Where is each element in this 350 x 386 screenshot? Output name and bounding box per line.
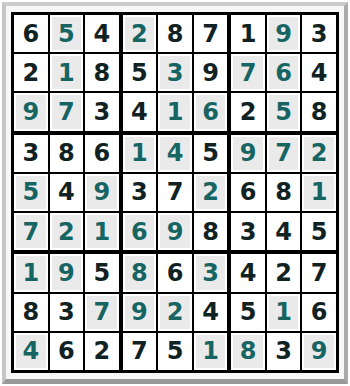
cell-r3c9[interactable]: 8 — [302, 93, 336, 130]
cell-r1c9[interactable]: 3 — [302, 15, 336, 52]
sudoku-box-7: 195837462 — [13, 253, 120, 371]
cell-r2c6[interactable]: 9 — [194, 54, 228, 91]
cell-r8c7[interactable]: 5 — [231, 294, 265, 331]
cell-r9c2[interactable]: 6 — [50, 333, 84, 370]
cell-r6c1[interactable]: 7 — [14, 213, 48, 250]
widget-frame: 6542189732875394161937642583865497211453… — [2, 2, 348, 384]
sudoku-box-1: 654218973 — [13, 14, 120, 132]
cell-r3c4[interactable]: 4 — [123, 93, 157, 130]
cell-r8c5[interactable]: 2 — [158, 294, 192, 331]
cell-r9c7[interactable]: 8 — [231, 333, 265, 370]
cell-r3c3[interactable]: 3 — [85, 93, 119, 130]
cell-r7c5[interactable]: 6 — [158, 254, 192, 291]
cell-r4c4[interactable]: 1 — [123, 135, 157, 172]
cell-r9c1[interactable]: 4 — [14, 333, 48, 370]
cell-r1c1[interactable]: 6 — [14, 15, 48, 52]
cell-r6c8[interactable]: 4 — [267, 213, 301, 250]
cell-r2c5[interactable]: 3 — [158, 54, 192, 91]
cell-r9c9[interactable]: 9 — [302, 333, 336, 370]
cell-r2c8[interactable]: 6 — [267, 54, 301, 91]
cell-r4c1[interactable]: 3 — [14, 135, 48, 172]
cell-r9c6[interactable]: 1 — [194, 333, 228, 370]
cell-r5c4[interactable]: 3 — [123, 174, 157, 211]
cell-r8c8[interactable]: 1 — [267, 294, 301, 331]
sudoku-box-9: 427516839 — [230, 253, 337, 371]
cell-r8c3[interactable]: 7 — [85, 294, 119, 331]
cell-r1c3[interactable]: 4 — [85, 15, 119, 52]
cell-r2c3[interactable]: 8 — [85, 54, 119, 91]
cell-r4c6[interactable]: 5 — [194, 135, 228, 172]
cell-r6c9[interactable]: 5 — [302, 213, 336, 250]
cell-r6c2[interactable]: 2 — [50, 213, 84, 250]
sudoku-box-2: 287539416 — [122, 14, 229, 132]
cell-r9c4[interactable]: 7 — [123, 333, 157, 370]
cell-r3c7[interactable]: 2 — [231, 93, 265, 130]
cell-r9c5[interactable]: 5 — [158, 333, 192, 370]
cell-r1c7[interactable]: 1 — [231, 15, 265, 52]
cell-r2c2[interactable]: 1 — [50, 54, 84, 91]
cell-r5c2[interactable]: 4 — [50, 174, 84, 211]
cell-r1c6[interactable]: 7 — [194, 15, 228, 52]
cell-r8c6[interactable]: 4 — [194, 294, 228, 331]
cell-r4c7[interactable]: 9 — [231, 135, 265, 172]
cell-r4c2[interactable]: 8 — [50, 135, 84, 172]
sudoku-widget: 6542189732875394161937642583865497211453… — [0, 0, 350, 386]
cell-r4c3[interactable]: 6 — [85, 135, 119, 172]
sudoku-box-5: 145372698 — [122, 134, 229, 252]
cell-r6c6[interactable]: 8 — [194, 213, 228, 250]
cell-r3c5[interactable]: 1 — [158, 93, 192, 130]
cell-r1c2[interactable]: 5 — [50, 15, 84, 52]
cell-r3c8[interactable]: 5 — [267, 93, 301, 130]
cell-r7c3[interactable]: 5 — [85, 254, 119, 291]
cell-r3c1[interactable]: 9 — [14, 93, 48, 130]
cell-r3c2[interactable]: 7 — [50, 93, 84, 130]
sudoku-box-6: 972681345 — [230, 134, 337, 252]
sudoku-board: 6542189732875394161937642583865497211453… — [11, 12, 339, 373]
cell-r8c1[interactable]: 8 — [14, 294, 48, 331]
cell-r6c3[interactable]: 1 — [85, 213, 119, 250]
cell-r7c2[interactable]: 9 — [50, 254, 84, 291]
cell-r5c8[interactable]: 8 — [267, 174, 301, 211]
cell-r7c6[interactable]: 3 — [194, 254, 228, 291]
cell-r9c8[interactable]: 3 — [267, 333, 301, 370]
cell-r6c7[interactable]: 3 — [231, 213, 265, 250]
cell-r9c3[interactable]: 2 — [85, 333, 119, 370]
cell-r5c6[interactable]: 2 — [194, 174, 228, 211]
cell-r7c8[interactable]: 2 — [267, 254, 301, 291]
cell-r7c4[interactable]: 8 — [123, 254, 157, 291]
cell-r8c9[interactable]: 6 — [302, 294, 336, 331]
cell-r4c9[interactable]: 2 — [302, 135, 336, 172]
sudoku-box-3: 193764258 — [230, 14, 337, 132]
cell-r4c5[interactable]: 4 — [158, 135, 192, 172]
cell-r3c6[interactable]: 6 — [194, 93, 228, 130]
cell-r4c8[interactable]: 7 — [267, 135, 301, 172]
sudoku-box-8: 863924751 — [122, 253, 229, 371]
cell-r5c5[interactable]: 7 — [158, 174, 192, 211]
cell-r5c9[interactable]: 1 — [302, 174, 336, 211]
cell-r2c1[interactable]: 2 — [14, 54, 48, 91]
cell-r8c4[interactable]: 9 — [123, 294, 157, 331]
cell-r2c7[interactable]: 7 — [231, 54, 265, 91]
cell-r5c3[interactable]: 9 — [85, 174, 119, 211]
cell-r2c9[interactable]: 4 — [302, 54, 336, 91]
cell-r5c1[interactable]: 5 — [14, 174, 48, 211]
cell-r7c1[interactable]: 1 — [14, 254, 48, 291]
cell-r1c5[interactable]: 8 — [158, 15, 192, 52]
cell-r5c7[interactable]: 6 — [231, 174, 265, 211]
cell-r6c4[interactable]: 6 — [123, 213, 157, 250]
cell-r7c7[interactable]: 4 — [231, 254, 265, 291]
sudoku-box-4: 386549721 — [13, 134, 120, 252]
cell-r1c8[interactable]: 9 — [267, 15, 301, 52]
cell-r2c4[interactable]: 5 — [123, 54, 157, 91]
cell-r8c2[interactable]: 3 — [50, 294, 84, 331]
cell-r6c5[interactable]: 9 — [158, 213, 192, 250]
cell-r7c9[interactable]: 7 — [302, 254, 336, 291]
cell-r1c4[interactable]: 2 — [123, 15, 157, 52]
